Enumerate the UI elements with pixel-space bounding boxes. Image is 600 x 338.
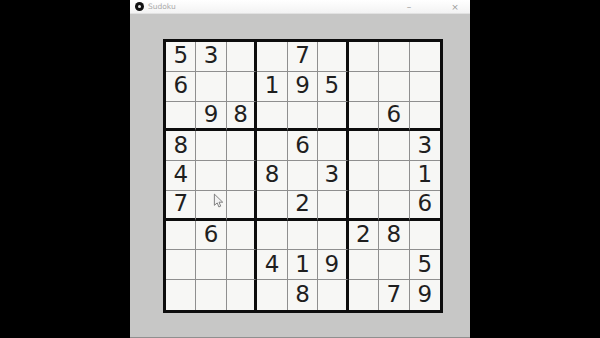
cell-r5c9[interactable]: 1	[410, 161, 440, 191]
cell-r1c8[interactable]	[379, 42, 409, 72]
sudoku-window: Sudoku – × 53761959868634831726628419587…	[130, 0, 470, 338]
cell-r9c8[interactable]: 7	[379, 280, 409, 310]
cell-r7c1[interactable]	[166, 221, 196, 251]
cell-r6c3[interactable]	[227, 191, 257, 221]
cell-r5c6[interactable]: 3	[318, 161, 348, 191]
cell-r2c4[interactable]: 1	[257, 72, 287, 102]
cell-r1c5[interactable]: 7	[288, 42, 318, 72]
cell-r5c3[interactable]	[227, 161, 257, 191]
app-icon[interactable]	[135, 2, 144, 11]
cell-r4c6[interactable]	[318, 131, 348, 161]
cell-r8c8[interactable]	[379, 250, 409, 280]
cell-r2c3[interactable]	[227, 72, 257, 102]
cell-r2c1[interactable]: 6	[166, 72, 196, 102]
cell-r2c7[interactable]	[349, 72, 379, 102]
cell-r6c9[interactable]: 6	[410, 191, 440, 221]
cell-r1c1[interactable]: 5	[166, 42, 196, 72]
cell-r6c4[interactable]	[257, 191, 287, 221]
cell-r3c5[interactable]	[288, 102, 318, 132]
cell-r6c1[interactable]: 7	[166, 191, 196, 221]
cell-r7c5[interactable]	[288, 221, 318, 251]
cell-r9c1[interactable]	[166, 280, 196, 310]
cell-r7c7[interactable]: 2	[349, 221, 379, 251]
cell-r3c6[interactable]	[318, 102, 348, 132]
cell-r5c8[interactable]	[379, 161, 409, 191]
window-title: Sudoku	[148, 2, 176, 11]
cell-r7c4[interactable]	[257, 221, 287, 251]
cell-r1c4[interactable]	[257, 42, 287, 72]
cell-r2c8[interactable]	[379, 72, 409, 102]
cell-r3c9[interactable]	[410, 102, 440, 132]
cell-r4c5[interactable]: 6	[288, 131, 318, 161]
cell-r7c6[interactable]	[318, 221, 348, 251]
cell-r8c4[interactable]: 4	[257, 250, 287, 280]
cell-r2c2[interactable]	[196, 72, 226, 102]
cell-r2c6[interactable]: 5	[318, 72, 348, 102]
cell-r1c3[interactable]	[227, 42, 257, 72]
cell-r8c9[interactable]: 5	[410, 250, 440, 280]
cell-r9c6[interactable]	[318, 280, 348, 310]
cell-r4c8[interactable]	[379, 131, 409, 161]
cell-r5c5[interactable]	[288, 161, 318, 191]
cell-r4c4[interactable]	[257, 131, 287, 161]
cell-r8c3[interactable]	[227, 250, 257, 280]
cell-r7c9[interactable]	[410, 221, 440, 251]
cell-r8c7[interactable]	[349, 250, 379, 280]
cell-r3c8[interactable]: 6	[379, 102, 409, 132]
cell-r8c6[interactable]: 9	[318, 250, 348, 280]
cell-r8c5[interactable]: 1	[288, 250, 318, 280]
cell-r2c5[interactable]: 9	[288, 72, 318, 102]
sudoku-board: 537619598686348317266284195879	[163, 39, 443, 313]
cell-r9c4[interactable]	[257, 280, 287, 310]
cell-r3c1[interactable]	[166, 102, 196, 132]
cell-r1c6[interactable]	[318, 42, 348, 72]
close-button[interactable]: ×	[449, 0, 461, 14]
cell-r5c4[interactable]: 8	[257, 161, 287, 191]
cell-r6c2[interactable]	[196, 191, 226, 221]
cell-r3c3[interactable]: 8	[227, 102, 257, 132]
cell-r5c2[interactable]	[196, 161, 226, 191]
cell-r4c9[interactable]: 3	[410, 131, 440, 161]
cell-r4c3[interactable]	[227, 131, 257, 161]
cell-r1c9[interactable]	[410, 42, 440, 72]
cell-r4c7[interactable]	[349, 131, 379, 161]
minimize-button[interactable]: –	[403, 0, 415, 14]
cell-r4c2[interactable]	[196, 131, 226, 161]
cell-r9c3[interactable]	[227, 280, 257, 310]
cell-r6c7[interactable]	[349, 191, 379, 221]
cell-r8c2[interactable]	[196, 250, 226, 280]
cell-r2c9[interactable]	[410, 72, 440, 102]
cell-r3c2[interactable]: 9	[196, 102, 226, 132]
cell-r9c2[interactable]	[196, 280, 226, 310]
cell-r1c2[interactable]: 3	[196, 42, 226, 72]
titlebar: Sudoku – ×	[130, 0, 470, 14]
cell-r1c7[interactable]	[349, 42, 379, 72]
cell-r4c1[interactable]: 8	[166, 131, 196, 161]
cell-r6c6[interactable]	[318, 191, 348, 221]
cell-r3c7[interactable]	[349, 102, 379, 132]
cell-r9c9[interactable]: 9	[410, 280, 440, 310]
cell-r7c2[interactable]: 6	[196, 221, 226, 251]
cell-r9c5[interactable]: 8	[288, 280, 318, 310]
cell-r3c4[interactable]	[257, 102, 287, 132]
cell-r9c7[interactable]	[349, 280, 379, 310]
cell-r6c5[interactable]: 2	[288, 191, 318, 221]
cell-r5c1[interactable]: 4	[166, 161, 196, 191]
cell-r7c8[interactable]: 8	[379, 221, 409, 251]
cell-r5c7[interactable]	[349, 161, 379, 191]
cell-r8c1[interactable]	[166, 250, 196, 280]
cell-r6c8[interactable]	[379, 191, 409, 221]
cell-r7c3[interactable]	[227, 221, 257, 251]
